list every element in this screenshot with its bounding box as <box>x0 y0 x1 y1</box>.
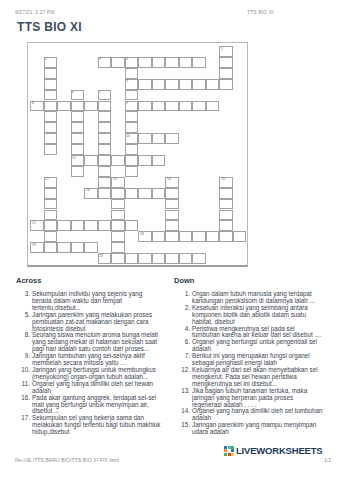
crossword-cell[interactable]: 14 <box>165 177 179 188</box>
crossword-cell[interactable] <box>98 188 112 199</box>
clue-number: 1. <box>174 291 192 305</box>
crossword-cell[interactable] <box>125 122 139 133</box>
crossword-cell[interactable] <box>44 210 58 221</box>
down-clue: 6.Organel yang berfungsi untuk pengendal… <box>174 339 324 353</box>
crossword-cell[interactable]: 15 <box>219 177 233 188</box>
crossword-cell[interactable]: 10 <box>125 133 139 144</box>
clue-number: 3. <box>16 291 32 312</box>
crossword-cell[interactable] <box>71 144 85 155</box>
crossword-cell[interactable] <box>84 242 98 253</box>
crossword-cell[interactable] <box>71 122 85 133</box>
cell-number: 1 <box>221 47 223 51</box>
logo-square <box>231 453 234 456</box>
down-clue: 12.Keluarnya air dari sel akan menyebabk… <box>174 367 324 388</box>
crossword-cell[interactable] <box>179 253 193 264</box>
crossword-cell[interactable] <box>111 231 125 242</box>
crossword-cell[interactable] <box>165 133 179 144</box>
crossword-cell[interactable] <box>138 253 152 264</box>
crossword-cell[interactable] <box>111 253 125 264</box>
down-heading: Down <box>174 276 324 285</box>
across-clue: 8.Seorang siswa mencium aroma bunga mela… <box>16 332 162 353</box>
crossword-cell[interactable] <box>192 57 206 68</box>
clue-number: 4. <box>174 326 192 340</box>
crossword-cell[interactable] <box>125 68 139 79</box>
clue-number: 10. <box>16 367 32 381</box>
crossword-cell[interactable] <box>179 79 193 90</box>
print-header-doc-title: TTS BIO XI <box>247 9 274 15</box>
crossword-cell[interactable] <box>179 57 193 68</box>
across-clue: 9.Jaringan tumbuhan yang sel-selnya akti… <box>16 353 162 367</box>
clue-text: Jaringan parenkim yang mampu menyimpan u… <box>192 422 324 436</box>
crossword-cell[interactable] <box>152 133 166 144</box>
crossword-cell[interactable] <box>125 90 139 101</box>
crossword-cell[interactable] <box>165 231 179 242</box>
across-clue: 11.Organel yang hanya dimiliki oleh sel … <box>16 381 162 395</box>
cell-number: 14 <box>167 177 171 181</box>
crossword-cell[interactable] <box>125 155 139 166</box>
cell-number: 19 <box>32 243 36 247</box>
crossword-cell[interactable] <box>44 133 58 144</box>
crossword-cell[interactable] <box>98 111 112 122</box>
down-clue-list: 1.Organ dalam tubuh manusia yang terdapa… <box>174 291 324 436</box>
crossword-cell[interactable]: 19 <box>30 242 44 253</box>
crossword-cell[interactable] <box>219 220 233 231</box>
clue-number: 12. <box>174 367 192 388</box>
crossword-cell[interactable] <box>44 101 58 112</box>
crossword-cell[interactable]: 6 <box>71 90 85 101</box>
clue-text: Jaringan tumbuhan yang sel-selnya aktif … <box>32 353 162 367</box>
crossword-cell[interactable] <box>57 220 71 231</box>
clue-number: 6. <box>174 339 192 353</box>
down-clue: 14.Organel yang hanya dimiliki oleh sel … <box>174 408 324 422</box>
liveworksheets-wordmark: LIVEWORKSHEETS <box>236 445 322 456</box>
crossword-cell[interactable] <box>98 166 112 177</box>
across-clue: 3.Sekumpulan individu yang sejenis yang … <box>16 291 162 312</box>
clue-number: 5. <box>16 312 32 333</box>
crossword-cell[interactable] <box>111 210 125 221</box>
across-clue: 17.Sekumpulan sel yang bekerja sama dan … <box>16 415 162 436</box>
crossword-cell[interactable] <box>152 231 166 242</box>
cell-number: 4 <box>126 57 128 61</box>
cell-number: 11 <box>72 156 76 160</box>
crossword-cell[interactable] <box>98 144 112 155</box>
clue-text: Organel yang hanya dimiliki oleh sel hew… <box>32 381 162 395</box>
crossword-cell[interactable] <box>44 90 58 101</box>
crossword-cell[interactable] <box>98 133 112 144</box>
crossword-cell[interactable] <box>165 210 179 221</box>
clue-number: 11. <box>16 381 32 395</box>
crossword-cell[interactable] <box>165 101 179 112</box>
clue-text: Sekumpulan sel yang bekerja sama dan mel… <box>32 415 162 436</box>
crossword-cell[interactable] <box>71 133 85 144</box>
crossword-cell[interactable] <box>98 220 112 231</box>
crossword-cell[interactable] <box>44 220 58 231</box>
crossword-cell[interactable] <box>138 79 152 90</box>
crossword-cell[interactable] <box>125 144 139 155</box>
crossword-cell[interactable] <box>84 220 98 231</box>
crossword-cell[interactable]: 2 <box>44 57 58 68</box>
crossword-cell[interactable] <box>111 188 125 199</box>
crossword-cell[interactable] <box>44 79 58 90</box>
clue-text: Organel yang hanya dimiliki oleh sel tum… <box>192 408 324 422</box>
printed-worksheet-page: { "header": { "datetime": "9/27/21, 2:27… <box>0 0 340 480</box>
crossword-cell[interactable] <box>71 220 85 231</box>
crossword-cell[interactable] <box>219 188 233 199</box>
clue-text: Jika bagian tubuh tanaman terluka, maka … <box>192 388 324 409</box>
crossword-cell[interactable] <box>192 231 206 242</box>
down-clues-section: Down 1.Organ dalam tubuh manusia yang te… <box>174 276 324 436</box>
clue-text: Kesatuan interaksi yang seimbang antara … <box>192 305 324 326</box>
crossword-cell[interactable] <box>152 253 166 264</box>
clue-number: 2. <box>174 305 192 326</box>
down-clue: 4.Peristiwa mengkerutnya sel pada sel tu… <box>174 326 324 340</box>
crossword-cell[interactable] <box>111 155 125 166</box>
crossword-cell[interactable] <box>152 79 166 90</box>
crossword-cell[interactable] <box>219 68 233 79</box>
cell-number: 16 <box>86 188 90 192</box>
crossword-cell[interactable]: 20 <box>98 253 112 264</box>
cell-number: 2 <box>45 57 47 61</box>
crossword-cell[interactable] <box>98 122 112 133</box>
cell-number: 10 <box>126 134 130 138</box>
cell-number: 18 <box>140 232 144 236</box>
clue-text: Organ dalam tubuh manusia yang terdapat … <box>192 291 324 305</box>
across-clues-section: Across 3.Sekumpulan individu yang sejeni… <box>16 276 162 436</box>
crossword-cell[interactable] <box>71 101 85 112</box>
across-clue: 5.Jaringan parenkim yang melakukan prose… <box>16 312 162 333</box>
liveworksheets-logo: LIVEWORKSHEETS <box>224 445 322 456</box>
clue-number: 13. <box>174 388 192 409</box>
crossword-cell[interactable] <box>138 57 152 68</box>
crossword-cell[interactable]: 5 <box>125 79 139 90</box>
crossword-cell[interactable]: 11 <box>71 155 85 166</box>
clue-text: Keluarnya air dari sel akan menyebabkan … <box>192 367 324 388</box>
crossword-cell[interactable] <box>125 166 139 177</box>
clue-number: 14. <box>174 408 192 422</box>
crossword-cell[interactable] <box>111 242 125 253</box>
cell-number: 8 <box>32 101 34 105</box>
crossword-cell[interactable] <box>57 101 71 112</box>
crossword-cell[interactable] <box>44 188 58 199</box>
across-clue: 10.Jaringan yang berfungsi untuk membung… <box>16 367 162 381</box>
cell-number: 17 <box>32 221 36 225</box>
crossword-cell[interactable] <box>206 79 220 90</box>
cell-number: 5 <box>126 79 128 83</box>
crossword-cell[interactable]: 8 <box>30 101 44 112</box>
cell-number: 20 <box>99 254 103 258</box>
crossword-cell[interactable] <box>206 231 220 242</box>
crossword-cell[interactable] <box>233 231 247 242</box>
crossword-cell[interactable] <box>138 155 152 166</box>
liveworksheets-grid-icon <box>224 446 234 456</box>
print-header-datetime: 9/27/21, 2:27 PM <box>15 9 55 15</box>
cell-number: 6 <box>72 90 74 94</box>
crossword-cell[interactable]: 12 <box>44 177 58 188</box>
crossword-cell[interactable] <box>44 111 58 122</box>
crossword-cell[interactable] <box>44 242 58 253</box>
crossword-cell[interactable] <box>165 253 179 264</box>
crossword-cell[interactable] <box>98 101 112 112</box>
cell-number: 15 <box>221 177 225 181</box>
crossword-cell[interactable] <box>192 253 206 264</box>
down-clue: 13.Jika bagian tubuh tanaman terluka, ma… <box>174 388 324 409</box>
crossword-cell[interactable]: 4 <box>125 57 139 68</box>
print-footer-page-number: 1/1 <box>324 457 331 463</box>
clue-text: Organel yang berfungsi untuk pengendali … <box>192 339 324 353</box>
crossword-cell[interactable] <box>138 101 152 112</box>
clue-number: 15. <box>174 422 192 436</box>
clue-text: Peristiwa mengkerutnya sel pada sel tumb… <box>192 326 324 340</box>
crossword-cell[interactable] <box>44 144 58 155</box>
across-clue-list: 3.Sekumpulan individu yang sejenis yang … <box>16 291 162 436</box>
crossword-cell[interactable] <box>44 68 58 79</box>
crossword-cell[interactable] <box>152 57 166 68</box>
crossword-cell[interactable] <box>152 188 166 199</box>
crossword-cell[interactable] <box>192 79 206 90</box>
crossword-cell[interactable] <box>165 220 179 231</box>
crossword-cell[interactable] <box>219 199 233 210</box>
crossword-cell[interactable] <box>165 79 179 90</box>
clue-number: 17. <box>16 415 32 436</box>
down-clue: 15.Jaringan parenkim yang mampu menyimpa… <box>174 422 324 436</box>
crossword-cell[interactable] <box>219 210 233 221</box>
crossword-cell[interactable] <box>206 101 220 112</box>
crossword-cell[interactable] <box>152 101 166 112</box>
crossword-cell[interactable] <box>71 166 85 177</box>
clue-text: Jaringan yang berfungsi untuk membungkus… <box>32 367 162 381</box>
cell-number: 3 <box>99 57 101 61</box>
crossword-cell[interactable] <box>138 133 152 144</box>
crossword-cell[interactable] <box>125 188 139 199</box>
crossword-cell[interactable] <box>44 231 58 242</box>
cell-number: 9 <box>126 101 128 105</box>
crossword-cell[interactable] <box>219 79 233 90</box>
crossword-cell[interactable] <box>111 199 125 210</box>
crossword-cell[interactable]: 16 <box>84 188 98 199</box>
crossword-cell[interactable] <box>71 242 85 253</box>
crossword-cell[interactable]: 13 <box>111 177 125 188</box>
down-clue: 7.Berikut ini yang merupakan fungsi orga… <box>174 353 324 367</box>
crossword-cell[interactable]: 18 <box>138 231 152 242</box>
print-footer-url: file:///E:/TTS BARU BIO/TTS BIO XI FIX.h… <box>15 457 119 463</box>
crossword-cell[interactable] <box>98 177 112 188</box>
clue-text: Berikut ini yang merupakan fungsi organe… <box>192 353 324 367</box>
crossword-cell[interactable] <box>125 220 139 231</box>
across-heading: Across <box>16 276 162 285</box>
page-title: TTS BIO XI <box>17 20 82 34</box>
cell-number: 13 <box>113 177 117 181</box>
crossword-cell[interactable] <box>219 231 233 242</box>
clue-text: Jaringan parenkim yang melakukan proses … <box>32 312 162 333</box>
crossword-cell[interactable] <box>179 231 193 242</box>
crossword-cell[interactable]: 7 <box>98 90 112 101</box>
crossword-cell[interactable] <box>165 199 179 210</box>
crossword-cell[interactable]: 17 <box>30 220 44 231</box>
clue-number: 9. <box>16 353 32 367</box>
crossword-cell[interactable] <box>111 220 125 231</box>
clue-text: Seorang siswa mencium aroma bunga melati… <box>32 332 162 353</box>
crossword-grid: 3458910111617181920126712131415 <box>27 42 248 267</box>
cell-number: 7 <box>99 90 101 94</box>
crossword-cell[interactable] <box>125 111 139 122</box>
down-clue: 2.Kesatuan interaksi yang seimbang antar… <box>174 305 324 326</box>
crossword-cell[interactable] <box>165 188 179 199</box>
crossword-cell[interactable] <box>44 122 58 133</box>
clue-number: 16. <box>16 395 32 416</box>
cell-number: 12 <box>45 177 49 181</box>
crossword-cell[interactable]: 1 <box>219 46 233 57</box>
crossword-cell[interactable] <box>44 199 58 210</box>
crossword-cell[interactable] <box>138 188 152 199</box>
across-clue: 16.Pada akar gantung anggrek, terdapat s… <box>16 395 162 416</box>
crossword-cell[interactable] <box>71 111 85 122</box>
crossword-cell[interactable] <box>219 57 233 68</box>
crossword-cell[interactable] <box>179 101 193 112</box>
crossword-cell[interactable] <box>84 101 98 112</box>
crossword-cell[interactable] <box>57 242 71 253</box>
crossword-cell[interactable] <box>165 57 179 68</box>
crossword-cell[interactable] <box>152 155 166 166</box>
crossword-cell[interactable] <box>192 101 206 112</box>
crossword-cell[interactable] <box>84 155 98 166</box>
crossword-cell[interactable] <box>98 155 112 166</box>
crossword-cell[interactable]: 9 <box>125 101 139 112</box>
clue-number: 8. <box>16 332 32 353</box>
crossword-cell[interactable]: 3 <box>98 57 112 68</box>
clue-text: Sekumpulan individu yang sejenis yang be… <box>32 291 162 312</box>
crossword-cell[interactable] <box>125 253 139 264</box>
crossword-cell[interactable] <box>111 57 125 68</box>
clue-text: Pada akar gantung anggrek, terdapat sel-… <box>32 395 162 416</box>
down-clue: 1.Organ dalam tubuh manusia yang terdapa… <box>174 291 324 305</box>
clue-number: 7. <box>174 353 192 367</box>
